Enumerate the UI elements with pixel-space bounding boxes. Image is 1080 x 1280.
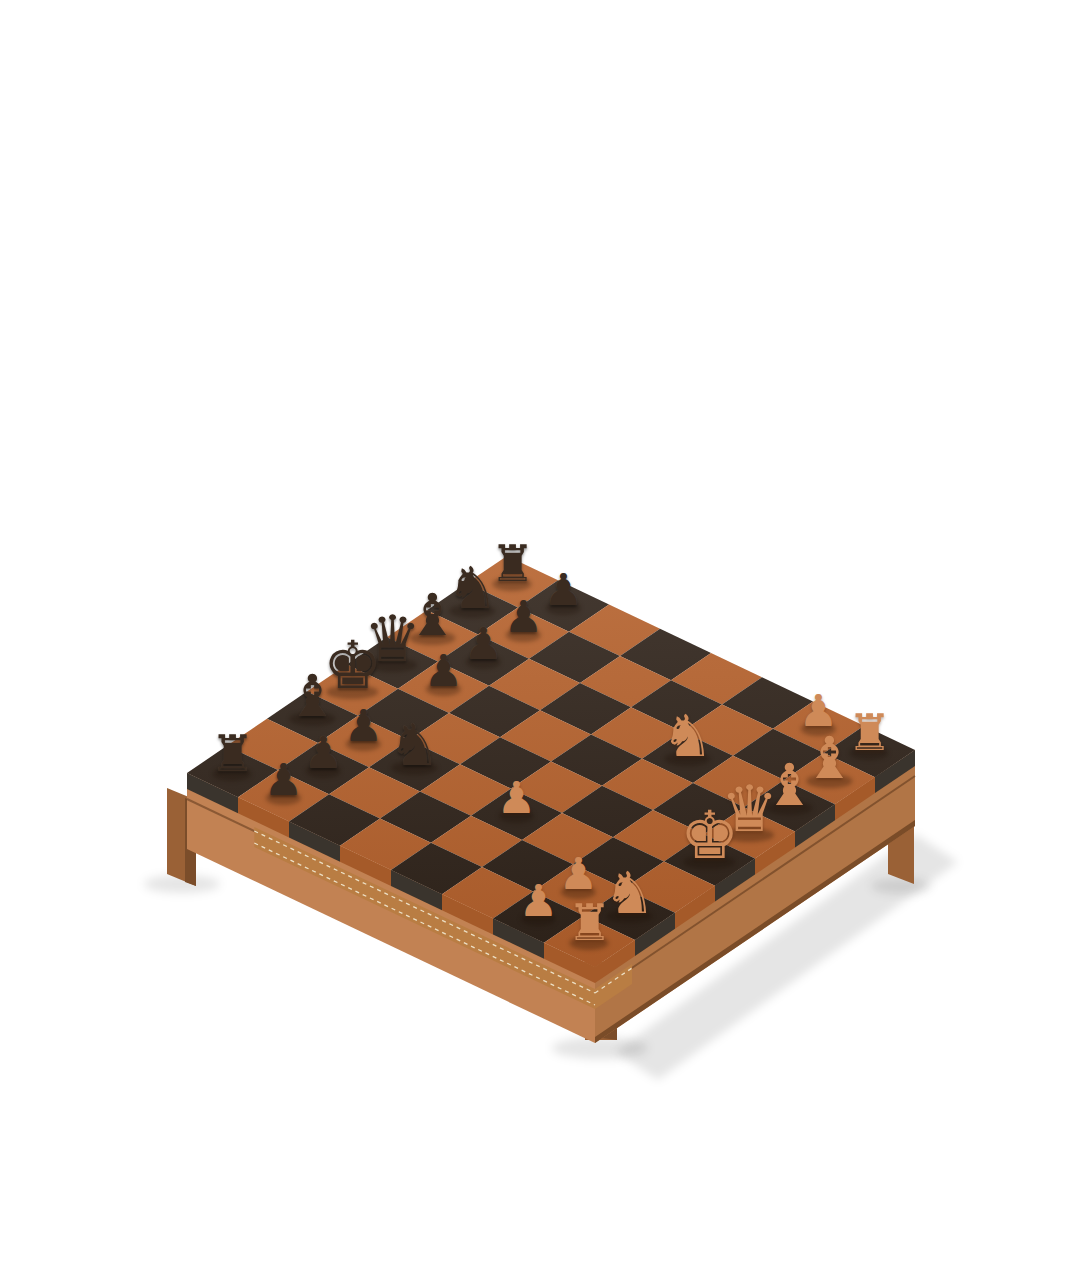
- leg-shadow: [871, 878, 931, 894]
- product-photo-chess-set: ♜♞♝♛♚♝♜♟♟♟♟♟♟♟♞♜♝♝♛♚♞♜♟♟♟♞♟: [0, 0, 1080, 1280]
- leg-shadow: [552, 1037, 648, 1059]
